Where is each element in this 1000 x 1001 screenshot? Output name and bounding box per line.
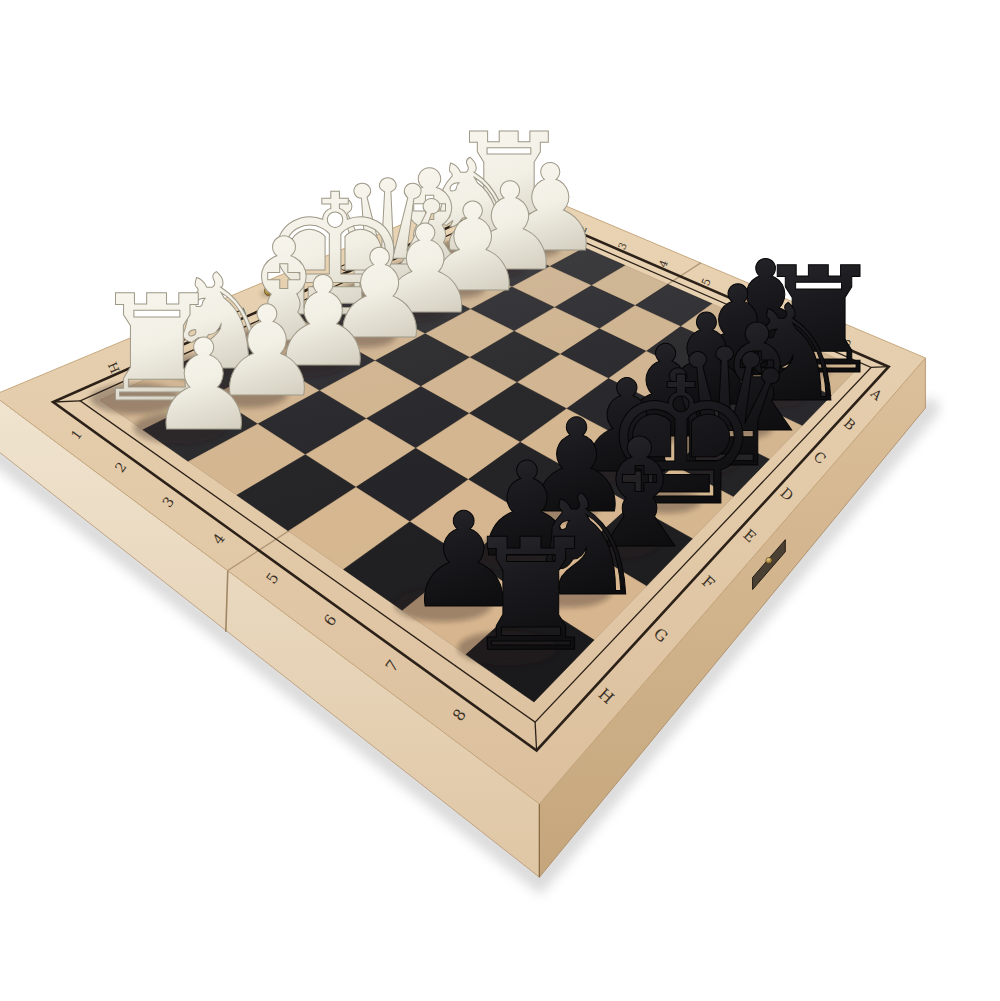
- chess-board-scene: 1 1 2 2 3 3 4 4 5 5 6 6 7 7 8 8 A A B B …: [0, 0, 1000, 1001]
- chess-set-product-photo: 1 1 2 2 3 3 4 4 5 5 6 6 7 7 8 8 A A B B …: [0, 0, 1000, 1001]
- piece-black-rook-h8: ♜: [462, 505, 601, 686]
- piece-white-pawn-h2: ♟: [147, 312, 260, 459]
- clasp-pin: [766, 557, 772, 563]
